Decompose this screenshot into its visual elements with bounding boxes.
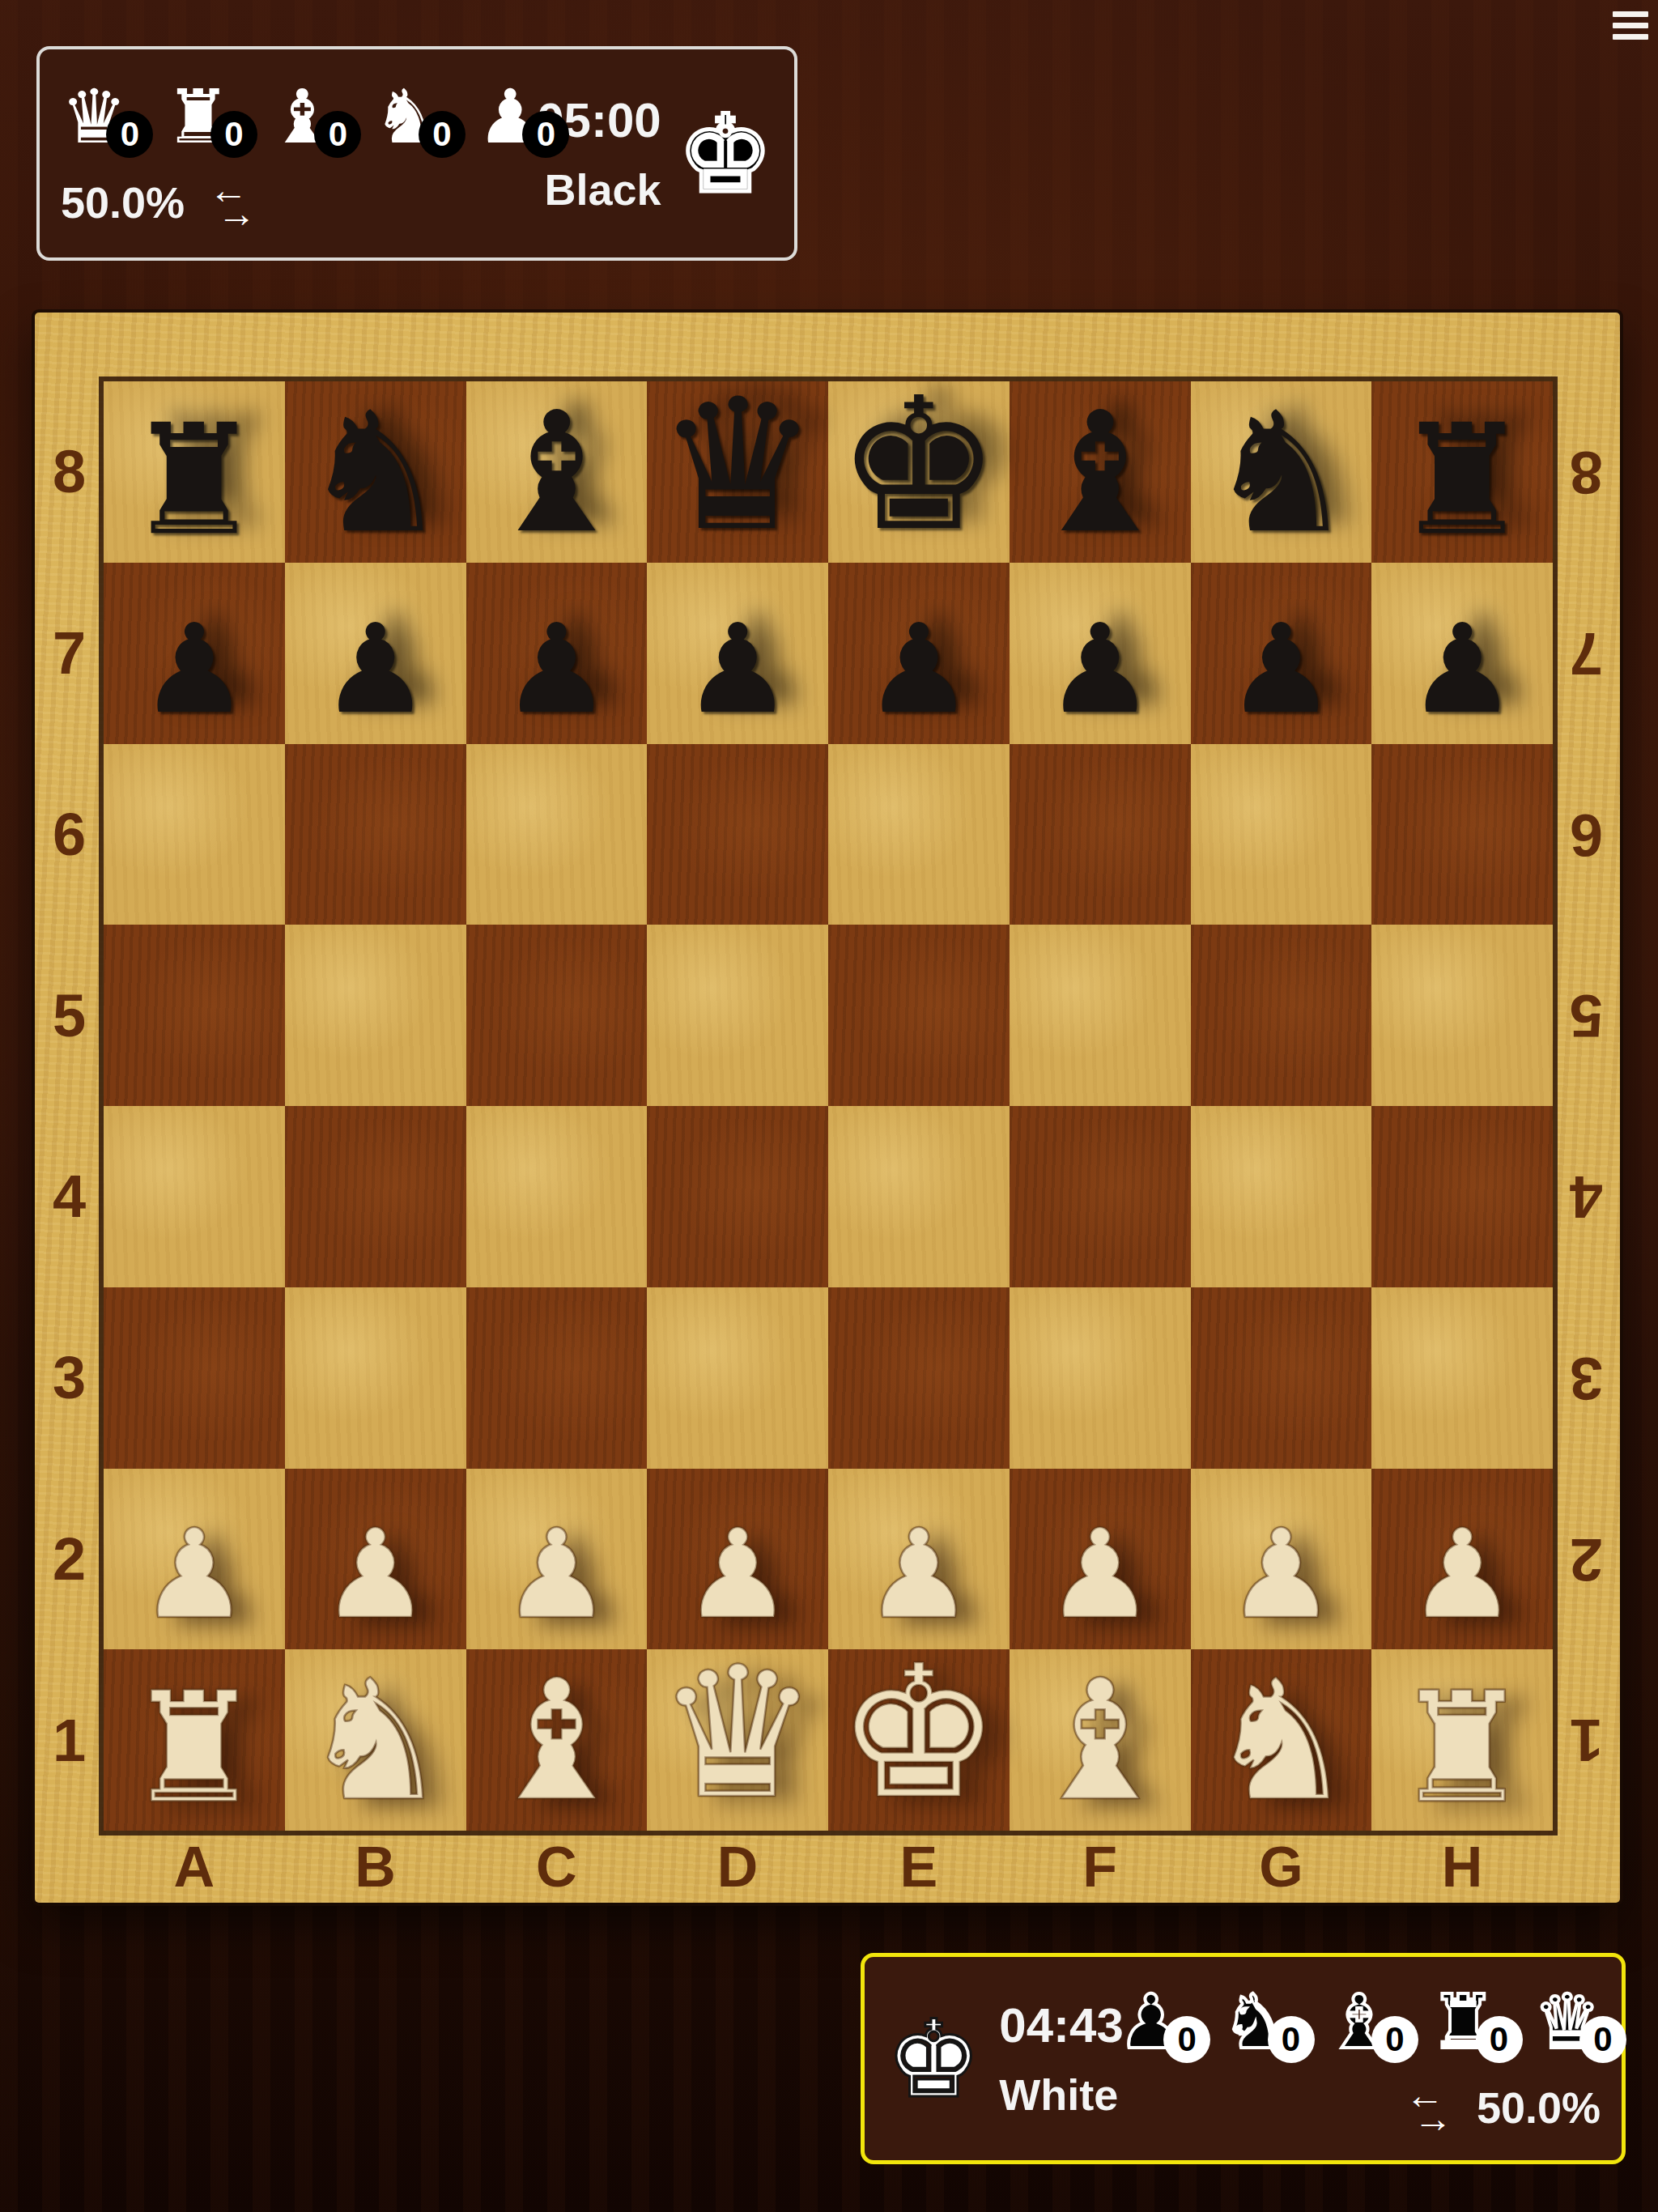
black-bishop-piece[interactable]: ♝	[482, 390, 631, 556]
square-e7[interactable]: ♟	[828, 563, 1010, 744]
black-captured-knight-count: 0	[419, 111, 466, 158]
square-h7[interactable]: ♟	[1371, 563, 1553, 744]
square-a7[interactable]: ♟	[104, 563, 285, 744]
square-g1[interactable]: ♞	[1191, 1649, 1372, 1831]
white-win-percent: 50.0%	[1477, 2082, 1601, 2133]
rank-labels-left: 87654321	[35, 381, 104, 1831]
white-pawn-piece[interactable]: ♟	[1226, 1513, 1336, 1636]
white-pawn-piece[interactable]: ♟	[501, 1513, 611, 1636]
white-player-name: White	[999, 2069, 1118, 2120]
square-e2[interactable]: ♟	[828, 1469, 1010, 1650]
square-f5[interactable]	[1010, 925, 1191, 1106]
white-knight-piece[interactable]: ♞	[1206, 1658, 1355, 1824]
square-d5[interactable]	[647, 925, 828, 1106]
square-a2[interactable]: ♟	[104, 1469, 285, 1650]
white-player-panel: ♚ 04:43 White ♟0♞0♝0♜0♛0 ← → 50.0%	[861, 1953, 1626, 2164]
black-king-piece[interactable]: ♚	[837, 373, 1001, 556]
square-c5[interactable]	[466, 925, 648, 1106]
square-h4[interactable]	[1371, 1106, 1553, 1287]
black-king-icon: ♚	[678, 100, 773, 207]
square-g4[interactable]	[1191, 1106, 1372, 1287]
rank-label-7: 7	[35, 563, 104, 744]
white-king-icon: ♚	[886, 2006, 981, 2112]
white-knight-piece[interactable]: ♞	[301, 1658, 450, 1824]
white-captured-rook: ♜0	[1430, 1985, 1496, 2060]
white-captured-bishop: ♝0	[1326, 1985, 1392, 2060]
rank-label-6: 6	[35, 744, 104, 925]
square-h2[interactable]: ♟	[1371, 1469, 1553, 1650]
white-bishop-piece[interactable]: ♝	[1026, 1658, 1175, 1824]
white-captured-pawn-count: 0	[1163, 2016, 1210, 2063]
square-d3[interactable]	[647, 1287, 828, 1469]
white-captured-pawn: ♟0	[1118, 1985, 1184, 2060]
white-clock: 04:43	[999, 1997, 1123, 2053]
square-g6[interactable]	[1191, 744, 1372, 925]
black-captured-queen-count: 0	[106, 111, 153, 158]
square-g7[interactable]: ♟	[1191, 563, 1372, 744]
square-d6[interactable]	[647, 744, 828, 925]
hamburger-icon	[1613, 34, 1648, 40]
square-g5[interactable]	[1191, 925, 1372, 1106]
white-captured-rook-count: 0	[1476, 2016, 1523, 2063]
square-b3[interactable]	[285, 1287, 466, 1469]
black-knight-piece[interactable]: ♞	[1206, 390, 1355, 556]
white-pawn-piece[interactable]: ♟	[320, 1513, 430, 1636]
white-king-piece[interactable]: ♚	[837, 1641, 1001, 1824]
square-b8[interactable]: ♞	[285, 381, 466, 563]
square-h5[interactable]	[1371, 925, 1553, 1106]
square-h3[interactable]	[1371, 1287, 1553, 1469]
swap-arrow-right: →	[217, 202, 256, 226]
white-captured-knight: ♞0	[1222, 1985, 1288, 2060]
file-label-c: C	[466, 1831, 648, 1903]
rank-label-3: 3	[35, 1287, 104, 1469]
white-captured-queen: ♛0	[1534, 1985, 1601, 2060]
file-label-e: E	[828, 1831, 1010, 1903]
square-e4[interactable]	[828, 1106, 1010, 1287]
black-captured-pawn: ♟0	[477, 80, 543, 155]
file-labels-bottom: ABCDEFGH	[104, 1831, 1553, 1903]
square-d1[interactable]: ♛	[647, 1649, 828, 1831]
rank-label-7: 7	[1553, 563, 1620, 744]
square-a6[interactable]	[104, 744, 285, 925]
square-c7[interactable]: ♟	[466, 563, 648, 744]
square-e1[interactable]: ♚	[828, 1649, 1010, 1831]
square-a3[interactable]	[104, 1287, 285, 1469]
rank-label-5: 5	[1553, 925, 1620, 1106]
square-f3[interactable]	[1010, 1287, 1191, 1469]
square-c1[interactable]: ♝	[466, 1649, 648, 1831]
rank-label-1: 1	[35, 1649, 104, 1831]
square-a8[interactable]: ♜	[104, 381, 285, 563]
black-pawn-piece[interactable]: ♟	[139, 608, 249, 731]
square-h8[interactable]: ♜	[1371, 381, 1553, 563]
square-d7[interactable]: ♟	[647, 563, 828, 744]
swap-sides-icon: ← →	[209, 179, 256, 226]
chess-board: 87654321 87654321 ABCDEFGH ♜♞♝♛♚♝♞♜♟♟♟♟♟…	[35, 313, 1620, 1903]
black-pawn-piece[interactable]: ♟	[501, 608, 611, 731]
black-captured-tray: ♛0♜0♝0♞0♟0	[61, 80, 525, 155]
square-f4[interactable]	[1010, 1106, 1191, 1287]
swap-sides-icon: ← →	[1405, 2084, 1452, 2131]
rank-label-6: 6	[1553, 744, 1620, 925]
white-pawn-piece[interactable]: ♟	[864, 1513, 974, 1636]
square-c2[interactable]: ♟	[466, 1469, 648, 1650]
file-label-h: H	[1371, 1831, 1553, 1903]
white-pawn-piece[interactable]: ♟	[1044, 1513, 1154, 1636]
square-g2[interactable]: ♟	[1191, 1469, 1372, 1650]
square-g8[interactable]: ♞	[1191, 381, 1372, 563]
swap-arrow-right: →	[1414, 2108, 1452, 2131]
file-label-a: A	[104, 1831, 285, 1903]
square-a1[interactable]: ♜	[104, 1649, 285, 1831]
square-h1[interactable]: ♜	[1371, 1649, 1553, 1831]
square-e8[interactable]: ♚	[828, 381, 1010, 563]
white-pawn-piece[interactable]: ♟	[139, 1513, 249, 1636]
rank-labels-right: 87654321	[1553, 381, 1620, 1831]
black-pawn-piece[interactable]: ♟	[864, 608, 974, 731]
black-queen-piece[interactable]: ♛	[657, 375, 819, 556]
square-e5[interactable]	[828, 925, 1010, 1106]
square-b6[interactable]	[285, 744, 466, 925]
rank-label-4: 4	[35, 1106, 104, 1287]
square-d4[interactable]	[647, 1106, 828, 1287]
square-h6[interactable]	[1371, 744, 1553, 925]
square-b7[interactable]: ♟	[285, 563, 466, 744]
square-c3[interactable]	[466, 1287, 648, 1469]
rank-label-2: 2	[1553, 1469, 1620, 1650]
black-captured-rook: ♜0	[164, 80, 231, 155]
white-captured-knight-count: 0	[1268, 2016, 1315, 2063]
square-b5[interactable]	[285, 925, 466, 1106]
black-bishop-piece[interactable]: ♝	[1026, 390, 1175, 556]
black-pawn-piece[interactable]: ♟	[682, 608, 793, 731]
square-a5[interactable]	[104, 925, 285, 1106]
square-b1[interactable]: ♞	[285, 1649, 466, 1831]
square-e3[interactable]	[828, 1287, 1010, 1469]
square-b4[interactable]	[285, 1106, 466, 1287]
square-e6[interactable]	[828, 744, 1010, 925]
square-d8[interactable]: ♛	[647, 381, 828, 563]
file-label-g: G	[1191, 1831, 1372, 1903]
white-rook-piece[interactable]: ♜	[1394, 1672, 1531, 1824]
rank-label-8: 8	[35, 381, 104, 563]
square-f6[interactable]	[1010, 744, 1191, 925]
black-captured-pawn-count: 0	[522, 111, 569, 158]
black-captured-rook-count: 0	[210, 111, 257, 158]
menu-button[interactable]	[1613, 11, 1648, 40]
file-label-d: D	[647, 1831, 828, 1903]
file-label-f: F	[1010, 1831, 1191, 1903]
square-f8[interactable]: ♝	[1010, 381, 1191, 563]
black-captured-knight: ♞0	[372, 80, 439, 155]
square-f2[interactable]: ♟	[1010, 1469, 1191, 1650]
rank-label-5: 5	[35, 925, 104, 1106]
hamburger-icon	[1613, 11, 1648, 17]
file-label-b: B	[285, 1831, 466, 1903]
black-pawn-piece[interactable]: ♟	[1407, 608, 1517, 731]
black-player-panel: ♛0♜0♝0♞0♟0 50.0% ← → 05:00 Black ♚	[36, 46, 797, 261]
hamburger-icon	[1613, 23, 1648, 28]
board-squares: ♜♞♝♛♚♝♞♜♟♟♟♟♟♟♟♟♟♟♟♟♟♟♟♟♜♞♝♛♚♝♞♜	[104, 381, 1553, 1831]
black-pawn-piece[interactable]: ♟	[320, 608, 430, 731]
white-captured-tray: ♟0♞0♝0♜0♛0	[1141, 1985, 1601, 2060]
white-captured-queen-count: 0	[1579, 2016, 1626, 2063]
square-f7[interactable]: ♟	[1010, 563, 1191, 744]
square-f1[interactable]: ♝	[1010, 1649, 1191, 1831]
black-captured-bishop: ♝0	[269, 80, 335, 155]
rank-label-1: 1	[1553, 1649, 1620, 1831]
rank-label-3: 3	[1553, 1287, 1620, 1469]
square-a4[interactable]	[104, 1106, 285, 1287]
black-captured-bishop-count: 0	[314, 111, 361, 158]
square-c6[interactable]	[466, 744, 648, 925]
black-rook-piece[interactable]: ♜	[1394, 404, 1531, 556]
white-rook-piece[interactable]: ♜	[126, 1672, 263, 1824]
black-pawn-piece[interactable]: ♟	[1044, 608, 1154, 731]
black-knight-piece[interactable]: ♞	[301, 390, 450, 556]
white-pawn-piece[interactable]: ♟	[1407, 1513, 1517, 1636]
rank-label-2: 2	[35, 1469, 104, 1650]
black-win-percent: 50.0%	[61, 177, 185, 228]
black-rook-piece[interactable]: ♜	[126, 404, 263, 556]
white-bishop-piece[interactable]: ♝	[482, 1658, 631, 1824]
black-captured-queen: ♛0	[61, 80, 127, 155]
black-pawn-piece[interactable]: ♟	[1226, 608, 1336, 731]
square-g3[interactable]	[1191, 1287, 1372, 1469]
white-pawn-piece[interactable]: ♟	[682, 1513, 793, 1636]
square-b2[interactable]: ♟	[285, 1469, 466, 1650]
white-captured-bishop-count: 0	[1371, 2016, 1418, 2063]
rank-label-8: 8	[1553, 381, 1620, 563]
square-c4[interactable]	[466, 1106, 648, 1287]
square-c8[interactable]: ♝	[466, 381, 648, 563]
square-d2[interactable]: ♟	[647, 1469, 828, 1650]
rank-label-4: 4	[1553, 1106, 1620, 1287]
white-queen-piece[interactable]: ♛	[657, 1643, 819, 1824]
black-player-name: Black	[545, 164, 661, 215]
